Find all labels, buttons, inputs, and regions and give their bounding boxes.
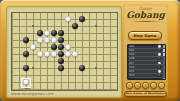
control-button-row: ♪♫‖?i: [126, 82, 165, 89]
sound-button[interactable]: ♪: [126, 82, 133, 89]
black-stone: [51, 44, 57, 50]
white-stone-icon: [158, 53, 161, 56]
logo-title: Gobang: [123, 11, 168, 20]
white-stone: [44, 51, 50, 57]
help-button[interactable]: ?: [150, 82, 157, 89]
white-stone-icon: [158, 70, 161, 73]
star-point: [32, 67, 34, 69]
black-stone: [58, 58, 64, 64]
black-stone: [23, 65, 29, 71]
white-stone-icon: [158, 62, 161, 65]
white-stone: [44, 30, 50, 36]
gobang-game-window: www.novelgames.com Smart Gobang New Game…: [0, 0, 180, 101]
white-stone: [51, 51, 57, 57]
black-stone: [58, 51, 64, 57]
move-label: 016: [129, 66, 134, 69]
white-stone: [65, 16, 71, 22]
side-panel: Smart Gobang New Game 021020019018017016…: [123, 4, 168, 97]
black-stone: [58, 44, 64, 50]
black-stone-icon: [158, 74, 161, 77]
info-button[interactable]: i: [158, 82, 165, 89]
watermark-text: www.novelgames.com: [11, 92, 54, 96]
black-stone: [58, 65, 64, 71]
move-label: 017: [129, 62, 134, 65]
black-stone: [79, 16, 85, 22]
black-stone-icon: [158, 66, 161, 69]
white-stone: [72, 51, 78, 57]
move-label: 018: [129, 57, 134, 60]
black-stone: [23, 51, 29, 57]
black-stone: [58, 37, 64, 43]
more-games-banner-button[interactable]: Play More Games at NovelGames.com: [124, 91, 167, 97]
star-point: [32, 25, 34, 27]
black-stone-icon: [158, 57, 161, 60]
white-stone: [37, 51, 43, 57]
black-stone: [79, 65, 85, 71]
move-list-row[interactable]: 014: [128, 74, 165, 78]
black-stone-icon: [158, 49, 161, 52]
white-stone: [65, 51, 71, 57]
white-stone: [65, 44, 71, 50]
white-stone-icon: [158, 45, 161, 48]
black-stone: [23, 37, 29, 43]
go-board[interactable]: [9, 9, 119, 91]
board-panel: www.novelgames.com: [6, 6, 122, 98]
black-stone: [58, 30, 64, 36]
music-button[interactable]: ♫: [134, 82, 141, 89]
white-stone: [51, 37, 57, 43]
white-stone: [44, 37, 50, 43]
white-stone: [30, 44, 36, 50]
new-game-button[interactable]: New Game: [128, 31, 162, 40]
white-stone: [37, 37, 43, 43]
white-stone: [23, 79, 29, 85]
move-label: 014: [129, 74, 134, 77]
black-stone: [51, 30, 57, 36]
star-point: [95, 67, 97, 69]
pause-button[interactable]: ‖: [142, 82, 149, 89]
logo-flourish: [131, 21, 161, 22]
black-stone: [37, 30, 43, 36]
game-logo: Smart Gobang: [123, 7, 168, 22]
black-stone: [72, 23, 78, 29]
move-history-list[interactable]: 021020019018017016015014: [127, 44, 166, 80]
star-point: [95, 25, 97, 27]
